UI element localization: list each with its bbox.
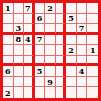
- sudoku-board: 17265378472165492: [0, 0, 101, 101]
- cell-r5c6[interactable]: [56, 45, 67, 56]
- cell-r2c9[interactable]: [87, 14, 98, 25]
- cell-r6c6[interactable]: [56, 56, 67, 67]
- cell-r9c9[interactable]: [87, 87, 98, 98]
- cell-r3c4[interactable]: [35, 24, 46, 35]
- cell-r9c5[interactable]: [45, 87, 56, 98]
- cell-r1c8[interactable]: [77, 3, 88, 14]
- cell-r9c4[interactable]: [35, 87, 46, 98]
- cell-r8c3[interactable]: [24, 77, 35, 88]
- cell-r8c9[interactable]: [87, 77, 98, 88]
- cell-r7c8[interactable]: 4: [77, 66, 88, 77]
- cell-r1c6[interactable]: [56, 3, 67, 14]
- cell-r3c6[interactable]: [56, 24, 67, 35]
- cell-r5c3[interactable]: [24, 45, 35, 56]
- cell-r6c8[interactable]: [77, 56, 88, 67]
- cell-r8c6[interactable]: [56, 77, 67, 88]
- cell-r2c3[interactable]: [24, 14, 35, 25]
- cell-r3c2[interactable]: 3: [14, 24, 25, 35]
- cell-r8c4[interactable]: [35, 77, 46, 88]
- cell-r5c7[interactable]: 2: [66, 45, 77, 56]
- cell-r1c1[interactable]: 1: [3, 3, 14, 14]
- cell-r2c4[interactable]: 6: [35, 14, 46, 25]
- cell-r5c1[interactable]: [3, 45, 14, 56]
- cell-r8c2[interactable]: [14, 77, 25, 88]
- cell-r5c2[interactable]: [14, 45, 25, 56]
- cell-r9c1[interactable]: 2: [3, 87, 14, 98]
- cell-r7c1[interactable]: 6: [3, 66, 14, 77]
- cell-r4c1[interactable]: [3, 35, 14, 46]
- cell-r2c8[interactable]: [77, 14, 88, 25]
- cell-r7c3[interactable]: [24, 66, 35, 77]
- cell-r8c7[interactable]: [66, 77, 77, 88]
- cell-r1c9[interactable]: [87, 3, 98, 14]
- cell-r6c1[interactable]: [3, 56, 14, 67]
- cell-r1c7[interactable]: [66, 3, 77, 14]
- cell-r9c7[interactable]: [66, 87, 77, 98]
- cell-r3c5[interactable]: [45, 24, 56, 35]
- cell-r4c7[interactable]: [66, 35, 77, 46]
- cell-r2c1[interactable]: [3, 14, 14, 25]
- cell-r2c6[interactable]: [56, 14, 67, 25]
- cell-r6c7[interactable]: [66, 56, 77, 67]
- cell-r8c1[interactable]: [3, 77, 14, 88]
- cell-r9c3[interactable]: [24, 87, 35, 98]
- cell-r6c5[interactable]: [45, 56, 56, 67]
- cell-r2c5[interactable]: [45, 14, 56, 25]
- cell-r8c5[interactable]: 9: [45, 77, 56, 88]
- cell-r7c4[interactable]: 5: [35, 66, 46, 77]
- cell-r1c5[interactable]: 2: [45, 3, 56, 14]
- cell-r5c9[interactable]: 1: [87, 45, 98, 56]
- cell-r3c8[interactable]: 7: [77, 24, 88, 35]
- cell-r4c6[interactable]: [56, 35, 67, 46]
- cell-r4c9[interactable]: [87, 35, 98, 46]
- cell-r6c3[interactable]: [24, 56, 35, 67]
- cell-r7c6[interactable]: [56, 66, 67, 77]
- cell-r4c3[interactable]: 4: [24, 35, 35, 46]
- cell-r5c8[interactable]: [77, 45, 88, 56]
- cell-r4c4[interactable]: 7: [35, 35, 46, 46]
- cell-r9c2[interactable]: [14, 87, 25, 98]
- cell-r2c7[interactable]: 5: [66, 14, 77, 25]
- cell-r9c6[interactable]: [56, 87, 67, 98]
- cell-r4c5[interactable]: [45, 35, 56, 46]
- cell-r4c2[interactable]: 8: [14, 35, 25, 46]
- cell-r6c9[interactable]: [87, 56, 98, 67]
- cell-r6c2[interactable]: [14, 56, 25, 67]
- cell-r6c4[interactable]: [35, 56, 46, 67]
- cell-r2c2[interactable]: [14, 14, 25, 25]
- cell-r3c3[interactable]: [24, 24, 35, 35]
- cell-r3c1[interactable]: [3, 24, 14, 35]
- cell-r1c2[interactable]: [14, 3, 25, 14]
- cell-r7c5[interactable]: [45, 66, 56, 77]
- cell-r4c8[interactable]: [77, 35, 88, 46]
- cell-r1c4[interactable]: [35, 3, 46, 14]
- cell-r9c8[interactable]: [77, 87, 88, 98]
- cell-r8c8[interactable]: [77, 77, 88, 88]
- cell-r7c7[interactable]: [66, 66, 77, 77]
- cell-r3c7[interactable]: [66, 24, 77, 35]
- cell-r1c3[interactable]: 7: [24, 3, 35, 14]
- cell-r3c9[interactable]: [87, 24, 98, 35]
- cell-r7c9[interactable]: [87, 66, 98, 77]
- cell-r7c2[interactable]: [14, 66, 25, 77]
- cell-r5c5[interactable]: [45, 45, 56, 56]
- cell-r5c4[interactable]: [35, 45, 46, 56]
